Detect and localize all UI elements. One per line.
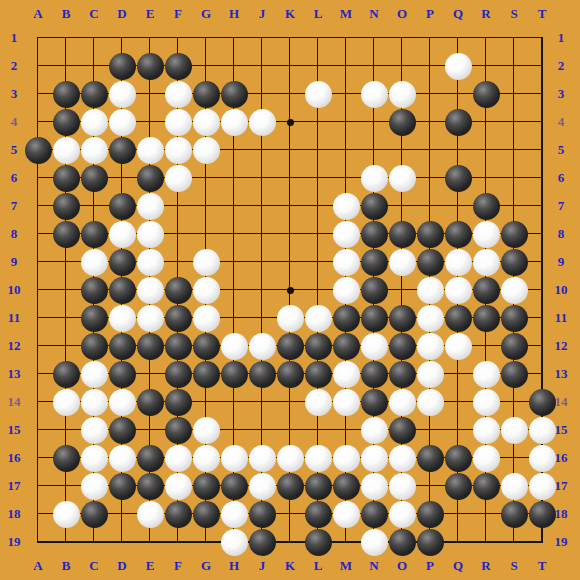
- stone-black-O8: [389, 221, 416, 248]
- stone-black-D13: [109, 361, 136, 388]
- col-label-bottom-C: C: [84, 556, 104, 576]
- stone-white-M13: [333, 361, 360, 388]
- row-label-left-1: 1: [4, 28, 24, 48]
- stone-black-J13: [249, 361, 276, 388]
- stone-black-N14: [361, 389, 388, 416]
- col-label-bottom-J: J: [252, 556, 272, 576]
- stone-black-L13: [305, 361, 332, 388]
- stone-black-A5: [25, 137, 52, 164]
- row-label-left-19: 19: [4, 532, 24, 552]
- stone-black-S11: [501, 305, 528, 332]
- stone-white-C13: [81, 361, 108, 388]
- stone-white-R14: [473, 389, 500, 416]
- col-label-top-B: B: [56, 4, 76, 24]
- row-label-right-11: 11: [551, 308, 571, 328]
- stone-black-Q11: [445, 305, 472, 332]
- stone-white-N12: [361, 333, 388, 360]
- stone-white-O17: [389, 473, 416, 500]
- stone-white-E5: [137, 137, 164, 164]
- row-label-right-1: 1: [551, 28, 571, 48]
- stone-black-N10: [361, 277, 388, 304]
- stone-black-G12: [193, 333, 220, 360]
- stone-black-F15: [165, 417, 192, 444]
- stone-white-M10: [333, 277, 360, 304]
- row-label-right-8: 8: [551, 224, 571, 244]
- row-label-left-4: 4: [4, 112, 24, 132]
- col-label-bottom-E: E: [140, 556, 160, 576]
- stone-black-T18: [529, 501, 556, 528]
- stone-white-C9: [81, 249, 108, 276]
- stone-white-T16: [529, 445, 556, 472]
- stone-black-F13: [165, 361, 192, 388]
- col-label-top-L: L: [308, 4, 328, 24]
- stone-white-R9: [473, 249, 500, 276]
- col-label-top-O: O: [392, 4, 412, 24]
- stone-white-G10: [193, 277, 220, 304]
- row-label-left-18: 18: [4, 504, 24, 524]
- row-label-right-10: 10: [551, 280, 571, 300]
- stone-white-T15: [529, 417, 556, 444]
- stone-black-S12: [501, 333, 528, 360]
- stone-black-D12: [109, 333, 136, 360]
- stone-white-C16: [81, 445, 108, 472]
- stone-white-C14: [81, 389, 108, 416]
- stone-black-C10: [81, 277, 108, 304]
- col-label-top-C: C: [84, 4, 104, 24]
- stone-black-D10: [109, 277, 136, 304]
- stone-black-G13: [193, 361, 220, 388]
- stone-black-O19: [389, 529, 416, 556]
- stone-black-L17: [305, 473, 332, 500]
- stone-white-N15: [361, 417, 388, 444]
- stone-black-E12: [137, 333, 164, 360]
- col-label-top-Q: Q: [448, 4, 468, 24]
- stone-black-F14: [165, 389, 192, 416]
- col-label-bottom-T: T: [532, 556, 552, 576]
- go-board[interactable]: AABBCCDDEEFFGGHHJJKKLLMMNNOOPPQQRRSSTT11…: [0, 0, 580, 580]
- stone-black-C8: [81, 221, 108, 248]
- stone-white-C15: [81, 417, 108, 444]
- stone-white-L11: [305, 305, 332, 332]
- stone-black-G3: [193, 81, 220, 108]
- stone-white-D14: [109, 389, 136, 416]
- stone-white-O18: [389, 501, 416, 528]
- stone-black-Q8: [445, 221, 472, 248]
- stone-black-S9: [501, 249, 528, 276]
- stone-white-M14: [333, 389, 360, 416]
- stone-white-M8: [333, 221, 360, 248]
- stone-white-N17: [361, 473, 388, 500]
- stone-white-D11: [109, 305, 136, 332]
- col-label-top-R: R: [476, 4, 496, 24]
- stone-black-B8: [53, 221, 80, 248]
- stone-white-E8: [137, 221, 164, 248]
- stone-white-C5: [81, 137, 108, 164]
- stone-black-N7: [361, 193, 388, 220]
- stone-white-Q10: [445, 277, 472, 304]
- col-label-top-F: F: [168, 4, 188, 24]
- stone-white-G4: [193, 109, 220, 136]
- stone-white-D16: [109, 445, 136, 472]
- stone-black-C11: [81, 305, 108, 332]
- stone-black-D7: [109, 193, 136, 220]
- stone-black-F2: [165, 53, 192, 80]
- stone-white-Q2: [445, 53, 472, 80]
- stone-white-T17: [529, 473, 556, 500]
- stone-black-E2: [137, 53, 164, 80]
- stone-white-P13: [417, 361, 444, 388]
- stone-black-T14: [529, 389, 556, 416]
- stone-black-R17: [473, 473, 500, 500]
- row-label-left-2: 2: [4, 56, 24, 76]
- stone-black-F12: [165, 333, 192, 360]
- stone-white-O3: [389, 81, 416, 108]
- stone-white-J16: [249, 445, 276, 472]
- stone-white-R13: [473, 361, 500, 388]
- stone-black-H13: [221, 361, 248, 388]
- stone-black-N9: [361, 249, 388, 276]
- star-point-K10: [287, 287, 294, 294]
- stone-white-M18: [333, 501, 360, 528]
- col-label-bottom-H: H: [224, 556, 244, 576]
- row-label-right-9: 9: [551, 252, 571, 272]
- stone-white-F17: [165, 473, 192, 500]
- col-label-bottom-G: G: [196, 556, 216, 576]
- stone-black-L18: [305, 501, 332, 528]
- stone-white-E18: [137, 501, 164, 528]
- stone-white-G16: [193, 445, 220, 472]
- stone-white-P11: [417, 305, 444, 332]
- stone-black-B7: [53, 193, 80, 220]
- stone-black-S18: [501, 501, 528, 528]
- row-label-left-3: 3: [4, 84, 24, 104]
- row-label-right-2: 2: [551, 56, 571, 76]
- col-label-bottom-S: S: [504, 556, 524, 576]
- stone-white-G15: [193, 417, 220, 444]
- col-label-top-N: N: [364, 4, 384, 24]
- stone-white-E9: [137, 249, 164, 276]
- row-label-left-16: 16: [4, 448, 24, 468]
- stone-black-C3: [81, 81, 108, 108]
- stone-white-F3: [165, 81, 192, 108]
- stone-black-P18: [417, 501, 444, 528]
- stone-black-G18: [193, 501, 220, 528]
- stone-white-E10: [137, 277, 164, 304]
- stone-black-R7: [473, 193, 500, 220]
- stone-white-H16: [221, 445, 248, 472]
- stone-white-M9: [333, 249, 360, 276]
- stone-white-O9: [389, 249, 416, 276]
- stone-white-M16: [333, 445, 360, 472]
- stone-black-K12: [277, 333, 304, 360]
- col-label-top-T: T: [532, 4, 552, 24]
- stone-black-E14: [137, 389, 164, 416]
- col-label-top-E: E: [140, 4, 160, 24]
- stone-black-G17: [193, 473, 220, 500]
- row-label-left-8: 8: [4, 224, 24, 244]
- row-label-right-5: 5: [551, 140, 571, 160]
- stone-black-L12: [305, 333, 332, 360]
- stone-white-G5: [193, 137, 220, 164]
- stone-white-H19: [221, 529, 248, 556]
- stone-white-K16: [277, 445, 304, 472]
- row-label-left-12: 12: [4, 336, 24, 356]
- stone-black-Q6: [445, 165, 472, 192]
- row-label-left-7: 7: [4, 196, 24, 216]
- stone-white-L3: [305, 81, 332, 108]
- row-label-right-3: 3: [551, 84, 571, 104]
- stone-black-D5: [109, 137, 136, 164]
- stone-white-J17: [249, 473, 276, 500]
- stone-black-R3: [473, 81, 500, 108]
- stone-white-D3: [109, 81, 136, 108]
- stone-white-F5: [165, 137, 192, 164]
- stone-white-C17: [81, 473, 108, 500]
- stone-white-J4: [249, 109, 276, 136]
- row-label-right-13: 13: [551, 364, 571, 384]
- row-label-left-9: 9: [4, 252, 24, 272]
- stone-white-F4: [165, 109, 192, 136]
- col-label-bottom-D: D: [112, 556, 132, 576]
- stone-white-D8: [109, 221, 136, 248]
- col-label-top-H: H: [224, 4, 244, 24]
- stone-white-J12: [249, 333, 276, 360]
- stone-white-Q12: [445, 333, 472, 360]
- stone-white-D4: [109, 109, 136, 136]
- row-label-left-6: 6: [4, 168, 24, 188]
- stone-white-H4: [221, 109, 248, 136]
- stone-black-K17: [277, 473, 304, 500]
- stone-white-L16: [305, 445, 332, 472]
- stone-white-S10: [501, 277, 528, 304]
- stone-white-C4: [81, 109, 108, 136]
- stone-black-B3: [53, 81, 80, 108]
- col-label-bottom-Q: Q: [448, 556, 468, 576]
- stone-black-P8: [417, 221, 444, 248]
- stone-black-E16: [137, 445, 164, 472]
- stone-black-B16: [53, 445, 80, 472]
- stone-white-M7: [333, 193, 360, 220]
- stone-black-S8: [501, 221, 528, 248]
- stone-black-F10: [165, 277, 192, 304]
- stone-white-O6: [389, 165, 416, 192]
- stone-black-Q17: [445, 473, 472, 500]
- stone-black-H3: [221, 81, 248, 108]
- stone-white-O14: [389, 389, 416, 416]
- stone-black-Q16: [445, 445, 472, 472]
- stone-black-L19: [305, 529, 332, 556]
- stone-black-D2: [109, 53, 136, 80]
- stone-white-B14: [53, 389, 80, 416]
- row-label-right-12: 12: [551, 336, 571, 356]
- stone-black-M12: [333, 333, 360, 360]
- stone-black-C12: [81, 333, 108, 360]
- col-label-bottom-P: P: [420, 556, 440, 576]
- stone-white-S17: [501, 473, 528, 500]
- stone-white-N16: [361, 445, 388, 472]
- col-label-bottom-B: B: [56, 556, 76, 576]
- stone-white-H18: [221, 501, 248, 528]
- stone-black-D17: [109, 473, 136, 500]
- stone-black-J19: [249, 529, 276, 556]
- stone-white-B18: [53, 501, 80, 528]
- stone-black-O15: [389, 417, 416, 444]
- star-point-K4: [287, 119, 294, 126]
- col-label-bottom-O: O: [392, 556, 412, 576]
- col-label-bottom-K: K: [280, 556, 300, 576]
- stone-black-R11: [473, 305, 500, 332]
- col-label-top-S: S: [504, 4, 524, 24]
- stone-black-Q4: [445, 109, 472, 136]
- stone-white-R15: [473, 417, 500, 444]
- stone-black-O4: [389, 109, 416, 136]
- row-label-right-4: 4: [551, 112, 571, 132]
- col-label-top-K: K: [280, 4, 300, 24]
- stone-black-F11: [165, 305, 192, 332]
- stone-black-M11: [333, 305, 360, 332]
- stone-black-O12: [389, 333, 416, 360]
- row-label-left-17: 17: [4, 476, 24, 496]
- stone-white-P14: [417, 389, 444, 416]
- col-label-bottom-F: F: [168, 556, 188, 576]
- stone-black-B13: [53, 361, 80, 388]
- col-label-top-J: J: [252, 4, 272, 24]
- row-label-left-11: 11: [4, 308, 24, 328]
- col-label-bottom-R: R: [476, 556, 496, 576]
- stone-white-O16: [389, 445, 416, 472]
- stone-black-N11: [361, 305, 388, 332]
- stone-white-H12: [221, 333, 248, 360]
- stone-black-F18: [165, 501, 192, 528]
- col-label-bottom-A: A: [28, 556, 48, 576]
- stone-black-K13: [277, 361, 304, 388]
- stone-white-G9: [193, 249, 220, 276]
- row-label-left-10: 10: [4, 280, 24, 300]
- stone-white-P10: [417, 277, 444, 304]
- col-label-top-G: G: [196, 4, 216, 24]
- stone-black-J18: [249, 501, 276, 528]
- col-label-bottom-M: M: [336, 556, 356, 576]
- stone-black-H17: [221, 473, 248, 500]
- stone-black-B4: [53, 109, 80, 136]
- stone-black-C6: [81, 165, 108, 192]
- stone-white-E11: [137, 305, 164, 332]
- stone-white-N19: [361, 529, 388, 556]
- row-label-left-14: 14: [4, 392, 24, 412]
- stone-white-R8: [473, 221, 500, 248]
- stone-white-P12: [417, 333, 444, 360]
- row-label-left-15: 15: [4, 420, 24, 440]
- row-label-right-6: 6: [551, 168, 571, 188]
- stone-white-N6: [361, 165, 388, 192]
- col-label-top-M: M: [336, 4, 356, 24]
- stone-black-R10: [473, 277, 500, 304]
- row-label-right-19: 19: [551, 532, 571, 552]
- row-label-left-13: 13: [4, 364, 24, 384]
- stone-white-E7: [137, 193, 164, 220]
- stone-white-G11: [193, 305, 220, 332]
- col-label-top-A: A: [28, 4, 48, 24]
- stone-black-E17: [137, 473, 164, 500]
- stone-black-M17: [333, 473, 360, 500]
- stone-black-C18: [81, 501, 108, 528]
- row-label-right-7: 7: [551, 196, 571, 216]
- stone-white-L14: [305, 389, 332, 416]
- stone-white-F6: [165, 165, 192, 192]
- stone-black-D9: [109, 249, 136, 276]
- stone-black-N18: [361, 501, 388, 528]
- col-label-top-D: D: [112, 4, 132, 24]
- stone-black-O13: [389, 361, 416, 388]
- stone-white-F16: [165, 445, 192, 472]
- stone-black-N8: [361, 221, 388, 248]
- stone-black-O11: [389, 305, 416, 332]
- stone-black-D15: [109, 417, 136, 444]
- stone-white-N3: [361, 81, 388, 108]
- row-label-left-5: 5: [4, 140, 24, 160]
- stone-white-K11: [277, 305, 304, 332]
- stone-black-B6: [53, 165, 80, 192]
- stone-white-R16: [473, 445, 500, 472]
- stone-black-E6: [137, 165, 164, 192]
- col-label-bottom-N: N: [364, 556, 384, 576]
- col-label-top-P: P: [420, 4, 440, 24]
- stone-black-P16: [417, 445, 444, 472]
- stone-black-P19: [417, 529, 444, 556]
- stone-white-B5: [53, 137, 80, 164]
- stone-black-P9: [417, 249, 444, 276]
- col-label-bottom-L: L: [308, 556, 328, 576]
- stone-black-S13: [501, 361, 528, 388]
- stone-black-N13: [361, 361, 388, 388]
- stone-white-S15: [501, 417, 528, 444]
- stone-white-Q9: [445, 249, 472, 276]
